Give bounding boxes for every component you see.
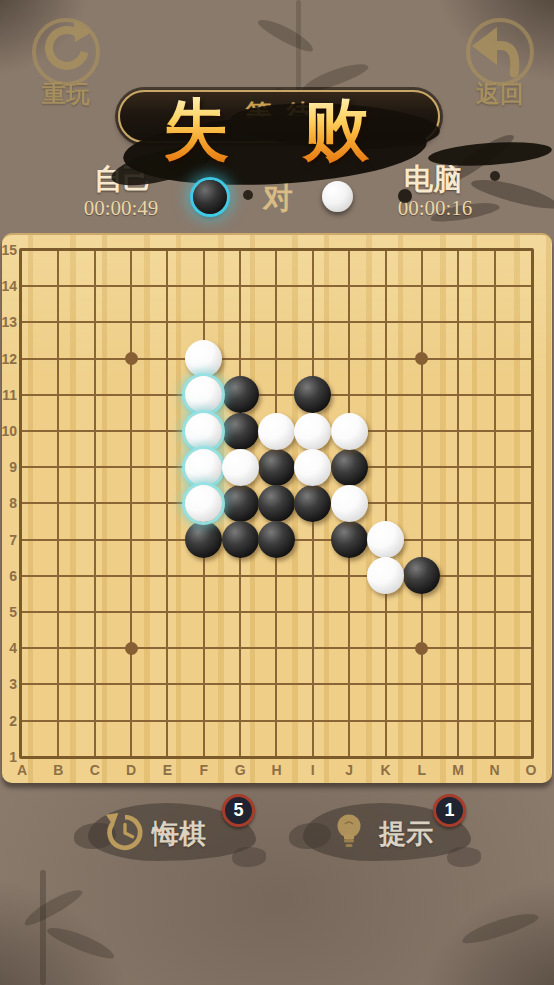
undo-count-badge: 5 bbox=[222, 794, 255, 827]
row-label: 9 bbox=[0, 459, 17, 475]
column-label: D bbox=[121, 762, 141, 778]
column-label: I bbox=[303, 762, 323, 778]
row-label: 14 bbox=[0, 278, 17, 294]
stone-G9 bbox=[222, 449, 259, 486]
column-label: B bbox=[48, 762, 68, 778]
row-label: 15 bbox=[0, 242, 17, 258]
column-label: O bbox=[521, 762, 541, 778]
bamboo-leaf-decoration bbox=[21, 884, 85, 929]
bamboo-leaf-decoration bbox=[45, 922, 117, 963]
stone-G7 bbox=[222, 521, 259, 558]
star-point-D4 bbox=[125, 642, 138, 655]
undo-label: 悔棋 bbox=[152, 816, 206, 852]
stone-H7 bbox=[258, 521, 295, 558]
row-label: 10 bbox=[0, 423, 17, 439]
column-label: H bbox=[266, 762, 286, 778]
stone-H8 bbox=[258, 485, 295, 522]
stone-H9 bbox=[258, 449, 295, 486]
row-label: 2 bbox=[0, 713, 17, 729]
stone-F9 bbox=[185, 449, 222, 486]
column-label: L bbox=[412, 762, 432, 778]
row-label: 8 bbox=[0, 495, 17, 511]
column-label: C bbox=[85, 762, 105, 778]
column-label: G bbox=[230, 762, 250, 778]
column-label: N bbox=[485, 762, 505, 778]
stone-F10 bbox=[185, 413, 222, 450]
lightbulb-icon bbox=[329, 811, 369, 853]
board-grid[interactable]: 151413121110987654321ABCDEFGHIJKLMNO bbox=[0, 0, 554, 790]
bamboo-stalk-decoration bbox=[40, 870, 46, 985]
stone-F8 bbox=[185, 485, 222, 522]
column-label: A bbox=[12, 762, 32, 778]
stone-K7 bbox=[367, 521, 404, 558]
column-label: E bbox=[157, 762, 177, 778]
bamboo-leaf-decoration bbox=[459, 908, 540, 948]
star-point-D12 bbox=[125, 352, 138, 365]
row-label: 7 bbox=[0, 532, 17, 548]
stone-G11 bbox=[222, 376, 259, 413]
stone-J8 bbox=[331, 485, 368, 522]
gomoku-app: 重玩 返回 等待 自己 00:00:49 对 电脑 00:00:16 失败 15… bbox=[0, 0, 554, 985]
column-label: K bbox=[376, 762, 396, 778]
row-label: 5 bbox=[0, 604, 17, 620]
stone-G8 bbox=[222, 485, 259, 522]
stone-J10 bbox=[331, 413, 368, 450]
stone-H10 bbox=[258, 413, 295, 450]
hint-count-badge: 1 bbox=[433, 794, 466, 827]
hint-label: 提示 bbox=[379, 816, 433, 852]
column-label: M bbox=[448, 762, 468, 778]
stone-J9 bbox=[331, 449, 368, 486]
row-label: 13 bbox=[0, 314, 17, 330]
star-point-L4 bbox=[415, 642, 428, 655]
column-label: J bbox=[339, 762, 359, 778]
column-label: F bbox=[194, 762, 214, 778]
row-label: 12 bbox=[0, 351, 17, 367]
row-label: 11 bbox=[0, 387, 17, 403]
stone-I8 bbox=[294, 485, 331, 522]
stone-G10 bbox=[222, 413, 259, 450]
row-label: 3 bbox=[0, 676, 17, 692]
row-label: 4 bbox=[0, 640, 17, 656]
undo-history-icon bbox=[104, 811, 146, 853]
hint-button[interactable]: 提示 1 bbox=[303, 803, 471, 861]
stone-I9 bbox=[294, 449, 331, 486]
stone-I10 bbox=[294, 413, 331, 450]
row-label: 6 bbox=[0, 568, 17, 584]
undo-button[interactable]: 悔棋 5 bbox=[88, 803, 256, 861]
stone-J7 bbox=[331, 521, 368, 558]
